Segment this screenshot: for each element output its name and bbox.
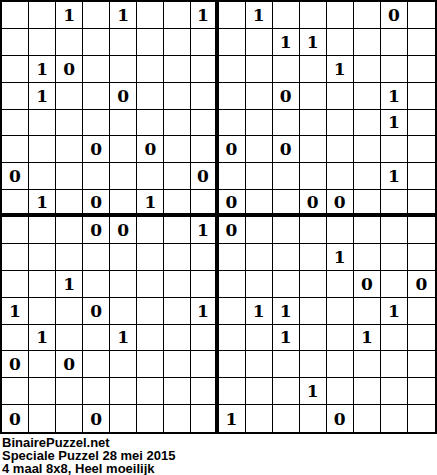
cell-r11c14-given: 0 [354,271,381,298]
cell-r2c16[interactable] [408,29,435,56]
cell-r12c8-given: 1 [191,298,218,325]
cell-r10c13-given: 1 [327,244,354,271]
cell-r13c12[interactable] [300,325,327,352]
cell-r7c13[interactable] [327,163,354,190]
cell-r9c4-given: 0 [83,217,110,244]
cell-r10c3[interactable] [56,244,83,271]
cell-r2c13[interactable] [327,29,354,56]
cell-r4c2-given: 1 [29,83,56,110]
cell-r1c7[interactable] [164,2,191,29]
cell-r8c2-given: 1 [29,190,56,217]
cell-r3c16[interactable] [408,56,435,83]
cell-r4c16[interactable] [408,83,435,110]
cell-r1c8-given: 1 [191,2,218,29]
cell-r10c16[interactable] [408,244,435,271]
cell-r16c7[interactable] [164,405,191,432]
cell-r13c4[interactable] [83,325,110,352]
cell-r1c16[interactable] [408,2,435,29]
cell-r11c13[interactable] [327,271,354,298]
cell-r11c15[interactable] [381,271,408,298]
cell-r3c7[interactable] [164,56,191,83]
cell-r1c11[interactable] [273,2,300,29]
cell-r11c8[interactable] [191,271,218,298]
cell-r12c7[interactable] [164,298,191,325]
cell-r3c15[interactable] [381,56,408,83]
cell-r16c13-given: 0 [327,405,354,432]
cell-r13c2-given: 1 [29,325,56,352]
cell-r6c13[interactable] [327,136,354,163]
cell-r15c14[interactable] [354,378,381,405]
cell-r3c1[interactable] [2,56,29,83]
cell-r4c4[interactable] [83,83,110,110]
cell-r12c2[interactable] [29,298,56,325]
cell-r3c11[interactable] [273,56,300,83]
cell-r5c13[interactable] [327,110,354,137]
cell-r9c12[interactable] [300,217,327,244]
cell-r7c3[interactable] [56,163,83,190]
cell-r16c15[interactable] [381,405,408,432]
cell-r5c3[interactable] [56,110,83,137]
cell-r6c15[interactable] [381,136,408,163]
cell-r3c10[interactable] [246,56,273,83]
cell-r3c5[interactable] [110,56,137,83]
cell-r2c11-given: 1 [273,29,300,56]
cell-r7c5[interactable] [110,163,137,190]
cell-r14c1-given: 0 [2,351,29,378]
cell-r10c9[interactable] [219,244,246,271]
cell-r4c14[interactable] [354,83,381,110]
cell-r3c14[interactable] [354,56,381,83]
cell-r9c7[interactable] [164,217,191,244]
cell-r12c5[interactable] [110,298,137,325]
cell-r7c10[interactable] [246,163,273,190]
cell-r8c16[interactable] [408,190,435,217]
cell-r9c2[interactable] [29,217,56,244]
cell-r15c16[interactable] [408,378,435,405]
cell-r16c10[interactable] [246,405,273,432]
cell-r4c8[interactable] [191,83,218,110]
cell-r8c3[interactable] [56,190,83,217]
cell-r5c5[interactable] [110,110,137,137]
cell-r14c11[interactable] [273,351,300,378]
cell-r10c8[interactable] [191,244,218,271]
cell-r15c12-given: 1 [300,378,327,405]
cell-r15c1[interactable] [2,378,29,405]
cell-r9c3[interactable] [56,217,83,244]
cell-r7c16[interactable] [408,163,435,190]
cell-r10c6[interactable] [137,244,164,271]
cell-r14c3-given: 0 [56,351,83,378]
cell-r3c12[interactable] [300,56,327,83]
cell-r9c11[interactable] [273,217,300,244]
cell-r15c10[interactable] [246,378,273,405]
cell-r16c12[interactable] [300,405,327,432]
cell-r13c5-given: 1 [110,325,137,352]
cell-r13c9[interactable] [219,325,246,352]
cell-r2c9[interactable] [219,29,246,56]
cell-r9c16[interactable] [408,217,435,244]
cell-r8c10[interactable] [246,190,273,217]
cell-r14c7[interactable] [164,351,191,378]
cell-r15c7[interactable] [164,378,191,405]
cell-r5c6[interactable] [137,110,164,137]
cell-r3c8[interactable] [191,56,218,83]
cell-r4c5-given: 0 [110,83,137,110]
cell-r13c10[interactable] [246,325,273,352]
cell-r13c3[interactable] [56,325,83,352]
cell-r2c14[interactable] [354,29,381,56]
cell-r10c10[interactable] [246,244,273,271]
cell-r11c5[interactable] [110,271,137,298]
cell-r2c5[interactable] [110,29,137,56]
cell-r3c6[interactable] [137,56,164,83]
cell-r3c2-given: 1 [29,56,56,83]
cell-r14c6[interactable] [137,351,164,378]
cell-r14c15[interactable] [381,351,408,378]
cell-r12c4-given: 0 [83,298,110,325]
cell-r1c15-given: 0 [381,2,408,29]
cell-r1c10-given: 1 [246,2,273,29]
cell-r7c2[interactable] [29,163,56,190]
cell-r12c1-given: 1 [2,298,29,325]
cell-r15c2[interactable] [29,378,56,405]
cell-r2c12-given: 1 [300,29,327,56]
cell-r12c3[interactable] [56,298,83,325]
cell-r7c11[interactable] [273,163,300,190]
cell-r2c15[interactable] [381,29,408,56]
cell-r2c8[interactable] [191,29,218,56]
cell-r4c10[interactable] [246,83,273,110]
cell-r16c1-given: 0 [2,405,29,432]
cell-r7c6[interactable] [137,163,164,190]
cell-r10c11[interactable] [273,244,300,271]
cell-r15c9[interactable] [219,378,246,405]
cell-r2c3[interactable] [56,29,83,56]
cell-r14c10[interactable] [246,351,273,378]
cell-r8c1[interactable] [2,190,29,217]
cell-r5c8[interactable] [191,110,218,137]
cell-r14c14[interactable] [354,351,381,378]
cell-r1c9[interactable] [219,2,246,29]
cell-r6c1[interactable] [2,136,29,163]
cell-r10c14[interactable] [354,244,381,271]
cell-r2c6[interactable] [137,29,164,56]
cell-r12c13[interactable] [327,298,354,325]
cell-r8c14[interactable] [354,190,381,217]
cell-r11c12[interactable] [300,271,327,298]
cell-r8c5[interactable] [110,190,137,217]
cell-r2c4[interactable] [83,29,110,56]
cell-r14c13[interactable] [327,351,354,378]
cell-r5c12[interactable] [300,110,327,137]
cell-r16c8[interactable] [191,405,218,432]
cell-r3c3-given: 0 [56,56,83,83]
cell-r7c9[interactable] [219,163,246,190]
cell-r15c13[interactable] [327,378,354,405]
cell-r7c1-given: 0 [2,163,29,190]
cell-r13c6[interactable] [137,325,164,352]
cell-r14c8[interactable] [191,351,218,378]
cell-r11c7[interactable] [164,271,191,298]
cell-r15c15[interactable] [381,378,408,405]
cell-r14c4[interactable] [83,351,110,378]
cell-r2c7[interactable] [164,29,191,56]
cell-r15c4[interactable] [83,378,110,405]
cell-r7c15-given: 1 [381,163,408,190]
cell-r8c12-given: 0 [300,190,327,217]
cell-r9c5-given: 0 [110,217,137,244]
cell-r1c5-given: 1 [110,2,137,29]
cell-r12c11-given: 1 [273,298,300,325]
cell-r12c10-given: 1 [246,298,273,325]
cell-r6c6-given: 0 [137,136,164,163]
cell-r10c1[interactable] [2,244,29,271]
cell-r9c15[interactable] [381,217,408,244]
cell-r16c11[interactable] [273,405,300,432]
cell-r16c6[interactable] [137,405,164,432]
cell-r2c2[interactable] [29,29,56,56]
cell-r14c16[interactable] [408,351,435,378]
cell-r6c11-given: 0 [273,136,300,163]
cell-r4c11-given: 0 [273,83,300,110]
cell-r10c7[interactable] [164,244,191,271]
cell-r9c10[interactable] [246,217,273,244]
cell-r1c3-given: 1 [56,2,83,29]
cell-r10c4[interactable] [83,244,110,271]
cell-r5c11[interactable] [273,110,300,137]
cell-r12c16[interactable] [408,298,435,325]
cell-r7c14[interactable] [354,163,381,190]
cell-r1c13[interactable] [327,2,354,29]
cell-r3c4[interactable] [83,56,110,83]
cell-r5c14[interactable] [354,110,381,137]
cell-r5c16[interactable] [408,110,435,137]
cell-r1c6[interactable] [137,2,164,29]
cell-r8c13-given: 0 [327,190,354,217]
cell-r9c13[interactable] [327,217,354,244]
cell-r11c10[interactable] [246,271,273,298]
cell-r11c2[interactable] [29,271,56,298]
cell-r14c5[interactable] [110,351,137,378]
cell-r3c13-given: 1 [327,56,354,83]
cell-r2c1[interactable] [2,29,29,56]
cell-r12c12[interactable] [300,298,327,325]
cell-r10c15[interactable] [381,244,408,271]
cell-r11c16-given: 0 [408,271,435,298]
cell-r11c6[interactable] [137,271,164,298]
cell-r14c2[interactable] [29,351,56,378]
cell-r9c6[interactable] [137,217,164,244]
cell-r14c9[interactable] [219,351,246,378]
cell-r14c12[interactable] [300,351,327,378]
cell-r9c1[interactable] [2,217,29,244]
cell-r4c1[interactable] [2,83,29,110]
cell-r6c4-given: 0 [83,136,110,163]
cell-r9c14[interactable] [354,217,381,244]
cell-r11c4[interactable] [83,271,110,298]
cell-r13c11-given: 1 [273,325,300,352]
cell-r13c16[interactable] [408,325,435,352]
cell-r8c6-given: 1 [137,190,164,217]
cell-r10c12[interactable] [300,244,327,271]
cell-r13c15[interactable] [381,325,408,352]
cell-r4c15-given: 1 [381,83,408,110]
cell-r11c11[interactable] [273,271,300,298]
cell-r15c11[interactable] [273,378,300,405]
cell-r6c5[interactable] [110,136,137,163]
cell-r9c9-given: 0 [219,217,246,244]
cell-r16c3[interactable] [56,405,83,432]
cell-r11c9[interactable] [219,271,246,298]
cell-r7c7[interactable] [164,163,191,190]
cell-r5c2[interactable] [29,110,56,137]
cell-r6c16[interactable] [408,136,435,163]
cell-r15c6[interactable] [137,378,164,405]
cell-r8c8[interactable] [191,190,218,217]
cell-r16c5[interactable] [110,405,137,432]
cell-r5c9[interactable] [219,110,246,137]
cell-r13c13[interactable] [327,325,354,352]
cell-r4c7[interactable] [164,83,191,110]
cell-r4c12[interactable] [300,83,327,110]
cell-r8c9-given: 0 [219,190,246,217]
cell-r1c1[interactable] [2,2,29,29]
cell-r8c4-given: 0 [83,190,110,217]
cell-r10c2[interactable] [29,244,56,271]
cell-r7c4[interactable] [83,163,110,190]
cell-r5c10[interactable] [246,110,273,137]
cell-r3c9[interactable] [219,56,246,83]
cell-r1c4[interactable] [83,2,110,29]
cell-r6c12[interactable] [300,136,327,163]
puzzle-page: 1111011101100110000001101000001011001011… [0,0,437,475]
cell-r5c7[interactable] [164,110,191,137]
cell-r4c3[interactable] [56,83,83,110]
cell-r12c15-given: 1 [381,298,408,325]
cell-r8c7[interactable] [164,190,191,217]
cell-r4c6[interactable] [137,83,164,110]
cell-r12c14[interactable] [354,298,381,325]
cell-r13c7[interactable] [164,325,191,352]
cell-r6c10[interactable] [246,136,273,163]
cell-r16c16[interactable] [408,405,435,432]
cell-r2c10[interactable] [246,29,273,56]
cell-r13c8[interactable] [191,325,218,352]
cell-r15c5[interactable] [110,378,137,405]
cell-r8c11[interactable] [273,190,300,217]
cell-r9c8-given: 1 [191,217,218,244]
cell-r16c2[interactable] [29,405,56,432]
cell-r11c3-given: 1 [56,271,83,298]
cell-r6c3[interactable] [56,136,83,163]
cell-r16c14[interactable] [354,405,381,432]
cell-r5c1[interactable] [2,110,29,137]
cell-r5c15-given: 1 [381,110,408,137]
cell-r15c8[interactable] [191,378,218,405]
cell-r6c2[interactable] [29,136,56,163]
cell-r11c1[interactable] [2,271,29,298]
cell-r16c4-given: 0 [83,405,110,432]
cell-r4c13[interactable] [327,83,354,110]
cell-r1c12[interactable] [300,2,327,29]
puzzle-description: 4 maal 8x8, Heel moeilijk [2,462,437,475]
puzzle-caption: BinairePuzzel.net Speciale Puzzel 28 mei… [0,434,437,475]
cell-r13c1[interactable] [2,325,29,352]
cell-r6c8[interactable] [191,136,218,163]
cell-r13c14-given: 1 [354,325,381,352]
cell-r12c9[interactable] [219,298,246,325]
cell-r15c3[interactable] [56,378,83,405]
cell-r16c9-given: 1 [219,405,246,432]
cell-r6c14[interactable] [354,136,381,163]
cell-r8c15[interactable] [381,190,408,217]
cell-r1c14[interactable] [354,2,381,29]
cell-r6c9-given: 0 [219,136,246,163]
cell-r12c6[interactable] [137,298,164,325]
cell-r7c12[interactable] [300,163,327,190]
cell-r7c8-given: 0 [191,163,218,190]
cell-r10c5[interactable] [110,244,137,271]
cell-r1c2[interactable] [29,2,56,29]
cell-r5c4[interactable] [83,110,110,137]
cell-r6c7[interactable] [164,136,191,163]
cell-r4c9[interactable] [219,83,246,110]
puzzle-board: 1111011101100110000001101000001011001011… [0,0,437,434]
